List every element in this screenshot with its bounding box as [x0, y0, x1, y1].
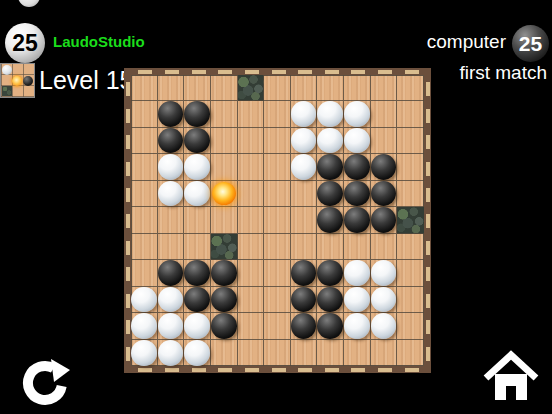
board-cell[interactable]: [291, 75, 318, 101]
board-cell[interactable]: [211, 181, 238, 207]
board-cell[interactable]: [238, 287, 265, 313]
blocked-cell: [397, 207, 424, 233]
frame-dashes-bottom: [132, 368, 423, 372]
board-cell[interactable]: [317, 234, 344, 260]
board-cell[interactable]: [211, 154, 238, 180]
home-button[interactable]: [482, 348, 540, 406]
frame-dashes-left: [126, 76, 130, 365]
board-cell[interactable]: [397, 234, 424, 260]
black-stone: [317, 154, 343, 179]
board-cell[interactable]: [158, 260, 185, 286]
board-cell[interactable]: [131, 207, 158, 233]
board-cell[interactable]: [344, 207, 371, 233]
mini-orange-stone: [12, 76, 22, 86]
board-cell[interactable]: [238, 181, 265, 207]
board-cell[interactable]: [291, 154, 318, 180]
board-cell[interactable]: [158, 154, 185, 180]
white-stone: [344, 313, 370, 338]
board-cell[interactable]: [344, 181, 371, 207]
black-stone: [211, 313, 237, 338]
board-cell[interactable]: [344, 101, 371, 127]
white-stone: [291, 101, 317, 126]
white-stone: [317, 128, 343, 153]
black-stone: [291, 260, 317, 285]
black-stone: [184, 287, 210, 312]
board-cell[interactable]: [158, 128, 185, 154]
board-cell[interactable]: [184, 260, 211, 286]
mini-white-stone: [2, 65, 12, 75]
black-stone: [371, 181, 397, 206]
board-cell[interactable]: [184, 154, 211, 180]
board-cell[interactable]: [184, 128, 211, 154]
black-stone: [158, 260, 184, 285]
blocked-cell: [211, 234, 238, 260]
black-stone: [211, 260, 237, 285]
black-stone: [184, 101, 210, 126]
restart-button[interactable]: [20, 356, 70, 408]
board-cell[interactable]: [397, 101, 424, 127]
white-stone: [344, 287, 370, 312]
board-cell[interactable]: [397, 181, 424, 207]
board-cell[interactable]: [158, 340, 185, 366]
board-cell[interactable]: [291, 101, 318, 127]
board-cell[interactable]: [211, 75, 238, 101]
white-stone: [131, 313, 157, 338]
black-stone: [211, 287, 237, 312]
board-cell[interactable]: [131, 154, 158, 180]
black-stone: [317, 313, 343, 338]
white-stone: [158, 287, 184, 312]
board-cell[interactable]: [344, 287, 371, 313]
board-cell[interactable]: [397, 154, 424, 180]
white-stone: [158, 181, 184, 206]
refresh-icon: [20, 356, 70, 408]
player-score-ball: 25: [5, 23, 45, 63]
mini-black-stone: [23, 76, 33, 86]
board-cell[interactable]: [158, 287, 185, 313]
board-cell[interactable]: [291, 234, 318, 260]
board-cell[interactable]: [371, 287, 398, 313]
board-cell[interactable]: [238, 234, 265, 260]
board-cell[interactable]: [264, 313, 291, 339]
app-screen: { "game": "Gomoku-style stone placement …: [0, 0, 552, 414]
mini-board-icon: [1, 64, 34, 97]
board-cell[interactable]: [184, 313, 211, 339]
computer-score: 25: [519, 32, 542, 56]
board-cell[interactable]: [291, 313, 318, 339]
board-cell[interactable]: [371, 313, 398, 339]
home-icon: [482, 348, 540, 406]
computer-label: computer: [427, 31, 506, 53]
board-cell[interactable]: [317, 128, 344, 154]
board-cell[interactable]: [158, 207, 185, 233]
white-stone: [371, 313, 397, 338]
board-cell[interactable]: [397, 340, 424, 366]
white-stone: [344, 260, 370, 285]
frame-dashes-top: [132, 70, 423, 74]
board-cell[interactable]: [317, 101, 344, 127]
board-cell[interactable]: [131, 128, 158, 154]
board-cell[interactable]: [131, 181, 158, 207]
board-cell[interactable]: [371, 154, 398, 180]
board-cell[interactable]: [291, 287, 318, 313]
board-cell[interactable]: [238, 154, 265, 180]
board-cell[interactable]: [291, 260, 318, 286]
board-cell[interactable]: [291, 181, 318, 207]
board-cell[interactable]: [264, 154, 291, 180]
match-label: first match: [459, 62, 547, 84]
black-stone: [344, 181, 370, 206]
board-cell[interactable]: [344, 313, 371, 339]
board-cell[interactable]: [371, 234, 398, 260]
white-stone: [131, 287, 157, 312]
board-cell[interactable]: [238, 128, 265, 154]
board-cell[interactable]: [211, 340, 238, 366]
frame-dashes-right: [426, 76, 430, 365]
white-stone: [291, 154, 317, 179]
board-cell[interactable]: [131, 260, 158, 286]
white-stone: [158, 154, 184, 179]
blocked-cell: [238, 75, 265, 101]
white-stone: [344, 128, 370, 153]
board-cell[interactable]: [344, 154, 371, 180]
black-stone: [184, 128, 210, 153]
mini-camo-cell: [2, 86, 12, 96]
board-cell[interactable]: [211, 287, 238, 313]
board-cell[interactable]: [397, 260, 424, 286]
white-stone: [371, 260, 397, 285]
board-cell[interactable]: [238, 340, 265, 366]
board-cell[interactable]: [131, 101, 158, 127]
board-cell[interactable]: [264, 207, 291, 233]
board-cell[interactable]: [131, 340, 158, 366]
white-stone: [344, 101, 370, 126]
board-cell[interactable]: [238, 260, 265, 286]
black-stone: [317, 260, 343, 285]
board-cell[interactable]: [184, 75, 211, 101]
black-stone: [317, 181, 343, 206]
white-stone: [371, 287, 397, 312]
board-cell[interactable]: [264, 75, 291, 101]
board-cell[interactable]: [211, 260, 238, 286]
board-cell[interactable]: [344, 260, 371, 286]
board-cell[interactable]: [211, 101, 238, 127]
board-grid: [131, 75, 424, 366]
board-cell[interactable]: [264, 128, 291, 154]
black-stone: [158, 101, 184, 126]
black-stone: [317, 287, 343, 312]
board-cell[interactable]: [344, 128, 371, 154]
board-cell[interactable]: [291, 207, 318, 233]
board-cell[interactable]: [158, 234, 185, 260]
game-board: [124, 68, 431, 373]
board-cell[interactable]: [184, 340, 211, 366]
black-stone: [291, 287, 317, 312]
board-cell[interactable]: [344, 75, 371, 101]
board-cell[interactable]: [371, 260, 398, 286]
board-cell[interactable]: [291, 340, 318, 366]
board-cell[interactable]: [211, 128, 238, 154]
clipped-ball-artifact: [18, 0, 40, 7]
white-stone: [184, 340, 210, 366]
board-cell[interactable]: [344, 234, 371, 260]
board-cell[interactable]: [264, 260, 291, 286]
white-stone: [184, 181, 210, 206]
player-score: 25: [12, 30, 38, 57]
board-cell[interactable]: [264, 181, 291, 207]
black-stone: [184, 260, 210, 285]
board-cell[interactable]: [371, 207, 398, 233]
black-stone: [371, 207, 397, 232]
board-cell[interactable]: [158, 181, 185, 207]
board-cell[interactable]: [131, 234, 158, 260]
board-cell[interactable]: [317, 313, 344, 339]
black-stone: [371, 154, 397, 179]
board-cell[interactable]: [264, 287, 291, 313]
board-cell[interactable]: [317, 260, 344, 286]
board-cell[interactable]: [184, 287, 211, 313]
level-label: Level 15: [39, 66, 134, 95]
board-cell[interactable]: [397, 313, 424, 339]
white-stone: [291, 128, 317, 153]
board-cell[interactable]: [317, 75, 344, 101]
board-cell[interactable]: [264, 101, 291, 127]
black-stone: [344, 154, 370, 179]
board-cell[interactable]: [184, 234, 211, 260]
white-stone: [131, 340, 157, 366]
board-cell[interactable]: [371, 128, 398, 154]
board-cell[interactable]: [371, 340, 398, 366]
board-cell[interactable]: [238, 207, 265, 233]
board-cell[interactable]: [264, 340, 291, 366]
board-cell[interactable]: [397, 128, 424, 154]
white-stone: [184, 313, 210, 338]
board-cell[interactable]: [238, 101, 265, 127]
board-cell[interactable]: [238, 313, 265, 339]
board-cell[interactable]: [317, 154, 344, 180]
board-cell[interactable]: [317, 207, 344, 233]
black-stone: [291, 313, 317, 338]
board-cell[interactable]: [317, 287, 344, 313]
computer-score-ball: 25: [512, 25, 549, 62]
board-cell[interactable]: [397, 287, 424, 313]
board-cell[interactable]: [371, 181, 398, 207]
board-cell[interactable]: [211, 207, 238, 233]
board-cell[interactable]: [397, 75, 424, 101]
board-cell[interactable]: [184, 101, 211, 127]
black-stone: [158, 128, 184, 153]
board-cell[interactable]: [158, 75, 185, 101]
board-cell[interactable]: [211, 313, 238, 339]
studio-name-label: LaudoStudio: [53, 33, 145, 50]
black-stone: [317, 207, 343, 232]
board-cell[interactable]: [131, 75, 158, 101]
white-stone: [184, 154, 210, 179]
white-stone: [158, 313, 184, 338]
board-cell[interactable]: [131, 287, 158, 313]
board-cell[interactable]: [371, 75, 398, 101]
board-cell[interactable]: [184, 207, 211, 233]
board-cell[interactable]: [184, 181, 211, 207]
black-stone: [344, 207, 370, 232]
board-cell[interactable]: [131, 313, 158, 339]
board-cell[interactable]: [291, 128, 318, 154]
white-stone: [317, 101, 343, 126]
board-cell[interactable]: [371, 101, 398, 127]
white-stone: [158, 340, 184, 366]
board-cell[interactable]: [264, 234, 291, 260]
highlight-marker: [212, 182, 236, 205]
board-cell[interactable]: [317, 340, 344, 366]
board-cell[interactable]: [344, 340, 371, 366]
board-cell[interactable]: [158, 313, 185, 339]
board-cell[interactable]: [317, 181, 344, 207]
board-cell[interactable]: [158, 101, 185, 127]
